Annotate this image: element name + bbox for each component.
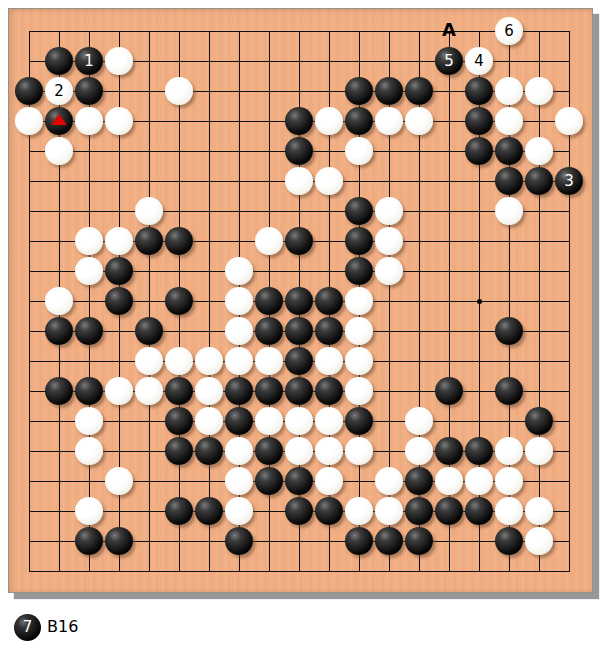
white-stone (45, 287, 73, 315)
white-stone (555, 107, 583, 135)
black-stone (195, 437, 223, 465)
black-stone (105, 257, 133, 285)
white-stone (285, 407, 313, 435)
white-stone (525, 77, 553, 105)
white-stone (135, 377, 163, 405)
white-stone (375, 107, 403, 135)
black-stone (225, 527, 253, 555)
white-stone (195, 377, 223, 405)
black-stone (405, 467, 433, 495)
black-stone (285, 107, 313, 135)
black-stone (465, 437, 493, 465)
black-stone (285, 377, 313, 405)
black-stone (45, 317, 73, 345)
black-stone (315, 497, 343, 525)
black-stone (75, 527, 103, 555)
black-stone (435, 497, 463, 525)
white-stone (105, 377, 133, 405)
white-stone (225, 257, 253, 285)
move-number-label: 4 (465, 47, 493, 75)
white-stone (75, 257, 103, 285)
caption-black-stone-icon: 7 (14, 614, 41, 641)
white-stone (255, 347, 283, 375)
point-label-a: A (439, 20, 459, 40)
white-stone (495, 77, 523, 105)
black-stone (375, 527, 403, 555)
black-stone (405, 497, 433, 525)
white-stone (345, 137, 373, 165)
page: 123456A 7 B16 (0, 0, 600, 659)
white-stone (495, 437, 523, 465)
black-stone (165, 227, 193, 255)
black-stone (345, 227, 373, 255)
white-stone (525, 527, 553, 555)
caption-move-number: 7 (14, 614, 41, 641)
white-stone (315, 107, 343, 135)
move-number-label: 3 (555, 167, 583, 195)
black-stone (315, 377, 343, 405)
black-stone (495, 377, 523, 405)
white-stone (315, 347, 343, 375)
black-stone (105, 287, 133, 315)
white-stone (105, 47, 133, 75)
point-letter: A (442, 19, 456, 40)
black-stone (495, 137, 523, 165)
move-number-label: 2 (45, 77, 73, 105)
move-number-label: 1 (75, 47, 103, 75)
black-stone (315, 317, 343, 345)
black-stone (135, 227, 163, 255)
white-stone (75, 407, 103, 435)
caption-coordinate: B16 (47, 617, 78, 636)
grid-line (29, 571, 570, 572)
white-stone (135, 347, 163, 375)
white-stone (315, 467, 343, 495)
black-stone (285, 497, 313, 525)
white-stone (375, 257, 403, 285)
white-stone (225, 497, 253, 525)
white-stone (345, 377, 373, 405)
black-stone (255, 467, 283, 495)
black-stone (345, 257, 373, 285)
black-stone (165, 437, 193, 465)
grid-line (539, 31, 540, 572)
white-stone (525, 437, 553, 465)
black-stone (465, 107, 493, 135)
black-stone (45, 377, 73, 405)
white-stone (405, 437, 433, 465)
move-number-label: 5 (435, 47, 463, 75)
white-stone (285, 167, 313, 195)
white-stone (75, 227, 103, 255)
black-stone (165, 497, 193, 525)
white-stone (255, 407, 283, 435)
black-stone (195, 497, 223, 525)
white-stone (255, 227, 283, 255)
black-stone (435, 377, 463, 405)
black-stone (465, 137, 493, 165)
white-stone (375, 197, 403, 225)
black-stone (345, 77, 373, 105)
star-point (477, 299, 482, 304)
white-stone (495, 197, 523, 225)
white-stone (435, 467, 463, 495)
white-stone (105, 227, 133, 255)
black-stone (285, 227, 313, 255)
black-stone (465, 497, 493, 525)
white-stone (75, 107, 103, 135)
white-stone (525, 137, 553, 165)
white-stone (195, 407, 223, 435)
white-stone (405, 107, 433, 135)
black-stone (345, 407, 373, 435)
black-stone (495, 527, 523, 555)
go-board[interactable]: 123456A (8, 8, 593, 593)
white-stone (165, 347, 193, 375)
black-stone (255, 377, 283, 405)
black-stone (255, 437, 283, 465)
white-stone (225, 317, 253, 345)
white-stone (75, 497, 103, 525)
white-stone (135, 197, 163, 225)
white-stone (375, 497, 403, 525)
black-stone (525, 167, 553, 195)
black-stone (405, 527, 433, 555)
white-stone (345, 497, 373, 525)
white-stone (345, 287, 373, 315)
white-stone (195, 347, 223, 375)
move-number-label: 6 (495, 17, 523, 45)
black-stone (285, 287, 313, 315)
white-stone (225, 287, 253, 315)
black-stone (495, 167, 523, 195)
black-stone (75, 377, 103, 405)
black-stone (285, 317, 313, 345)
white-stone (375, 227, 403, 255)
black-stone (375, 77, 403, 105)
white-stone (375, 467, 403, 495)
black-stone (105, 527, 133, 555)
black-stone (225, 377, 253, 405)
black-stone (315, 287, 343, 315)
black-stone (45, 47, 73, 75)
white-stone (15, 107, 43, 135)
black-stone (75, 317, 103, 345)
white-stone (525, 497, 553, 525)
white-stone (345, 437, 373, 465)
white-stone (495, 467, 523, 495)
white-stone (315, 407, 343, 435)
black-stone (525, 407, 553, 435)
white-stone (225, 347, 253, 375)
black-stone (345, 527, 373, 555)
white-stone (225, 467, 253, 495)
black-stone (225, 407, 253, 435)
black-stone (75, 77, 103, 105)
white-stone (45, 137, 73, 165)
black-stone (165, 407, 193, 435)
white-stone (75, 437, 103, 465)
black-stone (345, 107, 373, 135)
white-stone (105, 107, 133, 135)
black-stone (405, 77, 433, 105)
white-stone (495, 497, 523, 525)
white-stone (315, 167, 343, 195)
white-stone (345, 317, 373, 345)
black-stone (165, 377, 193, 405)
white-stone (225, 437, 253, 465)
white-stone (345, 347, 373, 375)
black-stone (285, 137, 313, 165)
white-stone (285, 437, 313, 465)
black-stone (495, 317, 523, 345)
white-stone (315, 437, 343, 465)
white-stone (105, 467, 133, 495)
black-stone (135, 317, 163, 345)
black-stone (435, 437, 463, 465)
white-stone (405, 407, 433, 435)
triangle-marker (51, 114, 67, 125)
white-stone (495, 107, 523, 135)
black-stone (255, 317, 283, 345)
white-stone (465, 467, 493, 495)
black-stone (465, 77, 493, 105)
black-stone (165, 287, 193, 315)
black-stone (285, 467, 313, 495)
black-stone (15, 77, 43, 105)
black-stone (345, 197, 373, 225)
black-stone (285, 347, 313, 375)
move-caption: 7 B16 (0, 612, 600, 652)
black-stone (255, 287, 283, 315)
white-stone (165, 77, 193, 105)
